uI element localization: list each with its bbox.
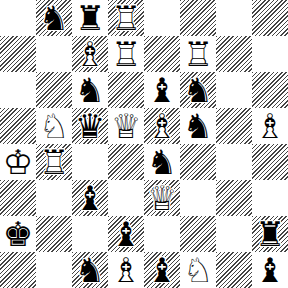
square-g3[interactable] [216,180,252,216]
square-h7[interactable] [252,36,288,72]
piece-black-bishop[interactable]: ♝ [252,252,288,288]
square-f5[interactable]: ♞♞ [180,108,216,144]
piece-white-queen[interactable]: ♕ [144,180,180,216]
square-f2[interactable] [180,216,216,252]
square-c8[interactable]: ♜♜ [72,0,108,36]
square-a5[interactable] [0,108,36,144]
square-e6[interactable]: ♝♝ [144,72,180,108]
piece-black-knight[interactable]: ♞ [72,252,108,288]
piece-black-rook[interactable]: ♜ [252,216,288,252]
square-c3[interactable]: ♝♝ [72,180,108,216]
square-g6[interactable] [216,72,252,108]
square-a4[interactable]: ♚♔ [0,144,36,180]
piece-white-knight[interactable]: ♘ [180,252,216,288]
piece-white-bishop[interactable]: ♗ [144,108,180,144]
square-a1[interactable] [0,252,36,288]
square-d4[interactable] [108,144,144,180]
square-b7[interactable] [36,36,72,72]
square-h8[interactable] [252,0,288,36]
piece-black-knight[interactable]: ♞ [180,108,216,144]
square-b2[interactable] [36,216,72,252]
piece-white-rook[interactable]: ♖ [108,0,144,36]
square-b3[interactable] [36,180,72,216]
piece-white-knight[interactable]: ♘ [36,108,72,144]
piece-white-queen[interactable]: ♕ [108,108,144,144]
piece-white-king[interactable]: ♔ [0,144,36,180]
square-c4[interactable] [72,144,108,180]
square-a8[interactable] [0,0,36,36]
piece-black-knight[interactable]: ♞ [180,72,216,108]
square-c2[interactable] [72,216,108,252]
piece-black-bishop[interactable]: ♝ [144,252,180,288]
square-c1[interactable]: ♞♞ [72,252,108,288]
square-f6[interactable]: ♞♞ [180,72,216,108]
piece-black-bishop[interactable]: ♝ [144,72,180,108]
square-e3[interactable]: ♛♕ [144,180,180,216]
square-a6[interactable] [0,72,36,108]
piece-black-queen[interactable]: ♛ [72,108,108,144]
square-h4[interactable] [252,144,288,180]
square-h1[interactable]: ♝♝ [252,252,288,288]
piece-white-rook[interactable]: ♖ [108,36,144,72]
square-g1[interactable] [216,252,252,288]
piece-black-knight[interactable]: ♞ [144,144,180,180]
square-g5[interactable] [216,108,252,144]
piece-black-bishop[interactable]: ♝ [108,216,144,252]
piece-black-bishop[interactable]: ♝ [72,180,108,216]
square-b5[interactable]: ♞♘ [36,108,72,144]
square-g2[interactable] [216,216,252,252]
square-e7[interactable] [144,36,180,72]
square-e8[interactable] [144,0,180,36]
square-f3[interactable] [180,180,216,216]
square-f8[interactable] [180,0,216,36]
piece-black-rook[interactable]: ♜ [72,0,108,36]
piece-white-rook[interactable]: ♖ [180,36,216,72]
square-c5[interactable]: ♛♛ [72,108,108,144]
square-h3[interactable] [252,180,288,216]
square-f4[interactable] [180,144,216,180]
square-a2[interactable]: ♚♚ [0,216,36,252]
square-h2[interactable]: ♜♜ [252,216,288,252]
square-e2[interactable] [144,216,180,252]
square-c7[interactable]: ♝♗ [72,36,108,72]
square-e4[interactable]: ♞♞ [144,144,180,180]
piece-white-rook[interactable]: ♖ [36,144,72,180]
square-f1[interactable]: ♞♘ [180,252,216,288]
square-d7[interactable]: ♜♖ [108,36,144,72]
square-d5[interactable]: ♛♕ [108,108,144,144]
square-e5[interactable]: ♝♗ [144,108,180,144]
square-b6[interactable] [36,72,72,108]
square-d2[interactable]: ♝♝ [108,216,144,252]
square-f7[interactable]: ♜♖ [180,36,216,72]
square-g7[interactable] [216,36,252,72]
piece-white-bishop[interactable]: ♗ [72,36,108,72]
square-d8[interactable]: ♜♖ [108,0,144,36]
square-e1[interactable]: ♝♝ [144,252,180,288]
piece-white-bishop[interactable]: ♗ [252,108,288,144]
square-d3[interactable] [108,180,144,216]
square-d1[interactable]: ♝♗ [108,252,144,288]
square-c6[interactable]: ♞♞ [72,72,108,108]
square-b8[interactable]: ♞♞ [36,0,72,36]
chess-board: ♞♞♜♜♜♖♝♗♜♖♜♖♞♞♝♝♞♞♞♘♛♛♛♕♝♗♞♞♝♗♚♔♜♖♞♞♝♝♛♕… [0,0,288,288]
piece-black-knight[interactable]: ♞ [36,0,72,36]
square-a3[interactable] [0,180,36,216]
square-a7[interactable] [0,36,36,72]
square-b4[interactable]: ♜♖ [36,144,72,180]
square-h6[interactable] [252,72,288,108]
square-g4[interactable] [216,144,252,180]
square-b1[interactable] [36,252,72,288]
square-g8[interactable] [216,0,252,36]
square-d6[interactable] [108,72,144,108]
piece-black-knight[interactable]: ♞ [72,72,108,108]
piece-white-bishop[interactable]: ♗ [108,252,144,288]
square-h5[interactable]: ♝♗ [252,108,288,144]
piece-black-king[interactable]: ♚ [0,216,36,252]
